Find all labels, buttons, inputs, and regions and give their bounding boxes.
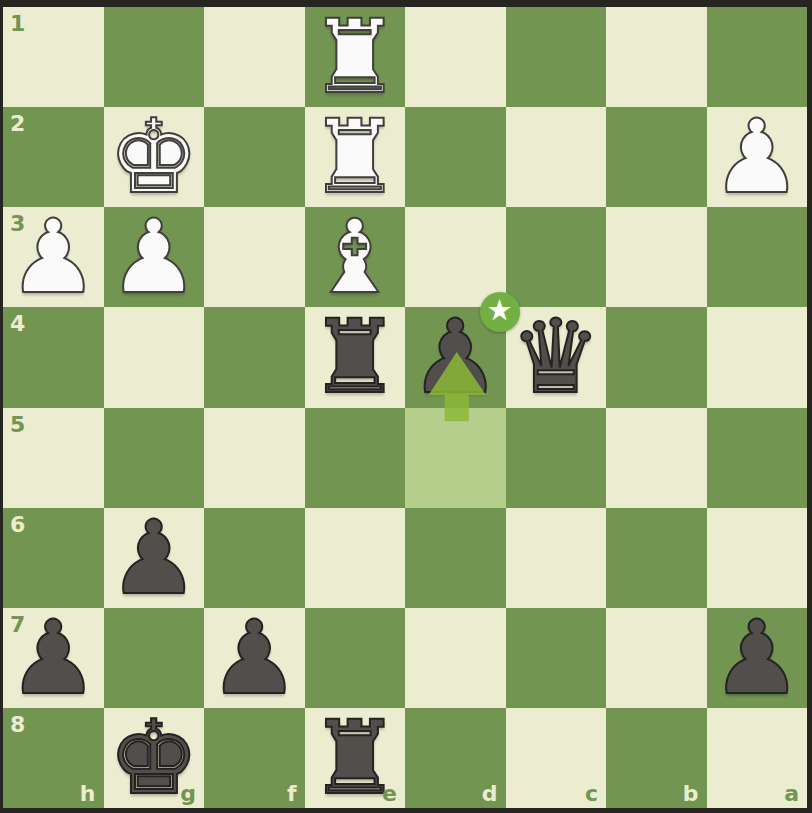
square-e4[interactable]: ♜: [305, 307, 406, 407]
rank-label-2: 2: [10, 111, 25, 136]
piece-black-pawn-h7[interactable]: ♟: [3, 608, 104, 708]
square-f4[interactable]: [204, 307, 305, 407]
square-h8[interactable]: 8h: [3, 708, 104, 808]
square-f7[interactable]: ♟: [204, 608, 305, 708]
piece-black-rook-e8[interactable]: ♜: [305, 708, 406, 808]
square-g1[interactable]: [104, 7, 205, 107]
rank-label-8: 8: [10, 712, 25, 737]
square-e8[interactable]: ♜e: [305, 708, 406, 808]
square-e1[interactable]: ♜: [305, 7, 406, 107]
square-b1[interactable]: [606, 7, 707, 107]
square-g7[interactable]: [104, 608, 205, 708]
square-e6[interactable]: [305, 508, 406, 608]
square-b7[interactable]: [606, 608, 707, 708]
square-h4[interactable]: 4: [3, 307, 104, 407]
file-label-h: h: [80, 781, 96, 806]
square-b3[interactable]: [606, 207, 707, 307]
piece-white-rook-e2[interactable]: ♜: [305, 107, 406, 207]
square-h1[interactable]: 1: [3, 7, 104, 107]
square-d5[interactable]: [405, 408, 506, 508]
square-h5[interactable]: 5: [3, 408, 104, 508]
square-f8[interactable]: f: [204, 708, 305, 808]
piece-white-pawn-a2[interactable]: ♟: [707, 107, 808, 207]
square-h6[interactable]: 6: [3, 508, 104, 608]
square-f3[interactable]: [204, 207, 305, 307]
square-g3[interactable]: ♟: [104, 207, 205, 307]
square-a7[interactable]: ♟: [707, 608, 808, 708]
square-c3[interactable]: [506, 207, 607, 307]
square-b2[interactable]: [606, 107, 707, 207]
square-c7[interactable]: [506, 608, 607, 708]
square-b5[interactable]: [606, 408, 707, 508]
square-e7[interactable]: [305, 608, 406, 708]
square-d3[interactable]: [405, 207, 506, 307]
square-d4[interactable]: ♟★: [405, 307, 506, 407]
file-label-c: c: [585, 781, 598, 806]
piece-white-pawn-g3[interactable]: ♟: [104, 207, 205, 307]
rank-label-6: 6: [10, 512, 25, 537]
piece-white-bishop-e3[interactable]: ♝: [305, 207, 406, 307]
square-f6[interactable]: [204, 508, 305, 608]
file-label-a: a: [784, 781, 799, 806]
square-c4[interactable]: ♛: [506, 307, 607, 407]
rank-label-5: 5: [10, 412, 25, 437]
square-d1[interactable]: [405, 7, 506, 107]
square-a2[interactable]: ♟: [707, 107, 808, 207]
square-a6[interactable]: [707, 508, 808, 608]
square-e3[interactable]: ♝: [305, 207, 406, 307]
piece-black-pawn-f7[interactable]: ♟: [204, 608, 305, 708]
square-a1[interactable]: [707, 7, 808, 107]
piece-black-king-g8[interactable]: ♚: [104, 708, 205, 808]
file-label-f: f: [287, 781, 297, 806]
square-g2[interactable]: ♚: [104, 107, 205, 207]
best-move-star-badge: ★: [480, 292, 520, 332]
square-c6[interactable]: [506, 508, 607, 608]
square-a5[interactable]: [707, 408, 808, 508]
square-c1[interactable]: [506, 7, 607, 107]
square-d2[interactable]: [405, 107, 506, 207]
file-label-b: b: [683, 781, 699, 806]
square-b8[interactable]: b: [606, 708, 707, 808]
piece-white-rook-e1[interactable]: ♜: [305, 7, 406, 107]
square-b4[interactable]: [606, 307, 707, 407]
square-c5[interactable]: [506, 408, 607, 508]
rank-label-4: 4: [10, 311, 25, 336]
chess-board-frame: 1♜2♚♜♟♟3♟♝4♜♟★♛56♟♟7♟♟8h♚gf♜edcba: [0, 0, 812, 813]
piece-white-pawn-h3[interactable]: ♟: [3, 207, 104, 307]
square-d7[interactable]: [405, 608, 506, 708]
square-g6[interactable]: ♟: [104, 508, 205, 608]
file-label-d: d: [482, 781, 498, 806]
star-icon: ★: [487, 296, 513, 325]
square-h7[interactable]: ♟7: [3, 608, 104, 708]
piece-black-pawn-g6[interactable]: ♟: [104, 508, 205, 608]
piece-black-queen-c4[interactable]: ♛: [506, 307, 607, 407]
square-a3[interactable]: [707, 207, 808, 307]
board[interactable]: 1♜2♚♜♟♟3♟♝4♜♟★♛56♟♟7♟♟8h♚gf♜edcba: [3, 7, 807, 808]
square-e5[interactable]: [305, 408, 406, 508]
square-a8[interactable]: a: [707, 708, 808, 808]
rank-label-1: 1: [10, 11, 25, 36]
square-c8[interactable]: c: [506, 708, 607, 808]
square-f2[interactable]: [204, 107, 305, 207]
square-b6[interactable]: [606, 508, 707, 608]
piece-white-king-g2[interactable]: ♚: [104, 107, 205, 207]
square-a4[interactable]: [707, 307, 808, 407]
square-c2[interactable]: [506, 107, 607, 207]
square-g8[interactable]: ♚g: [104, 708, 205, 808]
piece-black-rook-e4[interactable]: ♜: [305, 307, 406, 407]
square-f5[interactable]: [204, 408, 305, 508]
square-e2[interactable]: ♜: [305, 107, 406, 207]
piece-black-pawn-a7[interactable]: ♟: [707, 608, 808, 708]
square-f1[interactable]: [204, 7, 305, 107]
square-d8[interactable]: d: [405, 708, 506, 808]
square-h2[interactable]: 2: [3, 107, 104, 207]
square-d6[interactable]: [405, 508, 506, 608]
square-g5[interactable]: [104, 408, 205, 508]
square-h3[interactable]: ♟3: [3, 207, 104, 307]
square-g4[interactable]: [104, 307, 205, 407]
